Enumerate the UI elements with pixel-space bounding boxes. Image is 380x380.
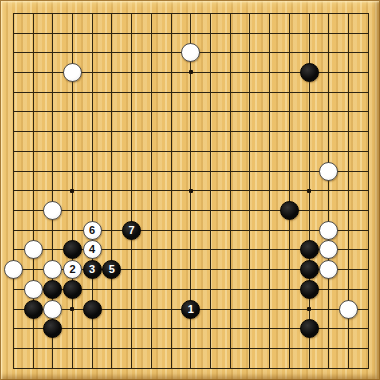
stone-white[interactable] [319, 260, 338, 279]
stone-black-move-1[interactable]: 1 [181, 300, 200, 319]
stone-white-move-2[interactable]: 2 [63, 260, 82, 279]
grid-line-horizontal [13, 348, 369, 349]
stone-black[interactable] [300, 260, 319, 279]
stone-black[interactable] [63, 280, 82, 299]
stone-white[interactable] [43, 300, 62, 319]
stone-white-move-4[interactable]: 4 [83, 240, 102, 259]
grid-line-vertical [230, 13, 231, 369]
grid-line-vertical [328, 13, 329, 369]
stone-white[interactable] [43, 201, 62, 220]
stone-white[interactable] [319, 240, 338, 259]
stone-black[interactable] [24, 300, 43, 319]
stone-white[interactable] [43, 260, 62, 279]
stone-white[interactable] [319, 221, 338, 240]
stone-black-move-5[interactable]: 5 [102, 260, 121, 279]
star-point [307, 189, 311, 193]
stone-black[interactable] [43, 319, 62, 338]
grid-line-vertical [249, 13, 250, 369]
stone-white[interactable] [24, 280, 43, 299]
grid-line-horizontal [13, 368, 369, 369]
grid-line-vertical [210, 13, 211, 369]
grid-line-vertical [368, 13, 369, 369]
grid-line-horizontal [13, 230, 369, 231]
stone-black-move-7[interactable]: 7 [122, 221, 141, 240]
stone-black-move-3[interactable]: 3 [83, 260, 102, 279]
stone-black[interactable] [43, 280, 62, 299]
stone-white[interactable] [319, 162, 338, 181]
go-board[interactable]: 6742351 [0, 0, 380, 380]
stone-white[interactable] [339, 300, 358, 319]
stone-black[interactable] [83, 300, 102, 319]
stone-black[interactable] [300, 240, 319, 259]
stone-white[interactable] [4, 260, 23, 279]
stone-black[interactable] [300, 280, 319, 299]
stone-white-move-6[interactable]: 6 [83, 221, 102, 240]
stone-white[interactable] [181, 43, 200, 62]
stone-black[interactable] [280, 201, 299, 220]
stone-white[interactable] [24, 240, 43, 259]
grid-line-horizontal [13, 210, 369, 211]
star-point [307, 307, 311, 311]
go-diagram: 6742351 [0, 0, 380, 380]
star-point [70, 307, 74, 311]
stone-black[interactable] [300, 319, 319, 338]
stone-black[interactable] [63, 240, 82, 259]
stone-black[interactable] [300, 63, 319, 82]
star-point [189, 189, 193, 193]
star-point [189, 70, 193, 74]
star-point [70, 189, 74, 193]
stone-white[interactable] [63, 63, 82, 82]
grid-line-vertical [269, 13, 270, 369]
grid-line-vertical [289, 13, 290, 369]
